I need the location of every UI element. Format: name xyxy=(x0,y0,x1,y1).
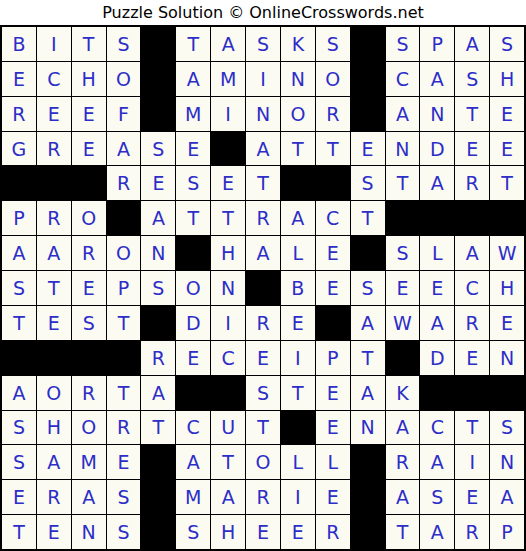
black-cell xyxy=(72,166,106,200)
letter-cell: A xyxy=(455,27,489,61)
letter-cell: R xyxy=(107,166,141,200)
letter-cell: O xyxy=(107,62,141,96)
letter-cell: N xyxy=(490,445,524,479)
black-cell xyxy=(351,97,385,131)
letter-cell: R xyxy=(72,376,106,410)
letter-cell: S xyxy=(176,166,210,200)
letter-cell: A xyxy=(386,480,420,514)
letter-cell: T xyxy=(211,201,245,235)
letter-cell: R xyxy=(72,236,106,270)
letter-cell: K xyxy=(281,27,315,61)
letter-cell: E xyxy=(316,411,350,445)
letter-cell: A xyxy=(420,306,454,340)
letter-cell: H xyxy=(490,62,524,96)
letter-cell: D xyxy=(420,341,454,375)
black-cell xyxy=(351,62,385,96)
letter-cell: T xyxy=(176,27,210,61)
black-cell xyxy=(141,480,175,514)
letter-cell: H xyxy=(37,411,71,445)
letter-cell: T xyxy=(107,306,141,340)
crossword-grid: BITSTASKSSPASECHOAMINOCASHREEFMINORANTEG… xyxy=(0,25,526,551)
letter-cell: S xyxy=(490,27,524,61)
letter-cell: C xyxy=(37,62,71,96)
letter-cell: I xyxy=(211,97,245,131)
letter-cell: P xyxy=(316,341,350,375)
letter-cell: A xyxy=(37,445,71,479)
letter-cell: E xyxy=(246,515,280,549)
letter-cell: E xyxy=(72,97,106,131)
letter-cell: E xyxy=(176,132,210,166)
letter-cell: A xyxy=(386,97,420,131)
black-cell xyxy=(386,201,420,235)
letter-cell: S xyxy=(2,411,36,445)
letter-cell: E xyxy=(72,271,106,305)
letter-cell: R xyxy=(37,480,71,514)
letter-cell: O xyxy=(176,271,210,305)
letter-cell: E xyxy=(281,515,315,549)
letter-cell: N xyxy=(211,271,245,305)
letter-cell: R xyxy=(246,480,280,514)
letter-cell: F xyxy=(107,97,141,131)
letter-cell: E xyxy=(37,515,71,549)
letter-cell: E xyxy=(176,341,210,375)
letter-cell: A xyxy=(107,132,141,166)
letter-cell: A xyxy=(420,166,454,200)
letter-cell: M xyxy=(211,62,245,96)
letter-cell: T xyxy=(351,341,385,375)
letter-cell: P xyxy=(490,515,524,549)
black-cell xyxy=(420,201,454,235)
letter-cell: E xyxy=(455,341,489,375)
letter-cell: B xyxy=(281,271,315,305)
letter-cell: G xyxy=(2,132,36,166)
letter-cell: E xyxy=(490,97,524,131)
black-cell xyxy=(107,201,141,235)
letter-cell: R xyxy=(316,97,350,131)
black-cell xyxy=(2,166,36,200)
black-cell xyxy=(490,201,524,235)
black-cell xyxy=(37,341,71,375)
letter-cell: E xyxy=(246,341,280,375)
letter-cell: N xyxy=(141,236,175,270)
letter-cell: E xyxy=(281,306,315,340)
letter-cell: E xyxy=(386,271,420,305)
letter-cell: S xyxy=(107,27,141,61)
letter-cell: W xyxy=(386,306,420,340)
letter-cell: T xyxy=(2,515,36,549)
letter-cell: R xyxy=(455,306,489,340)
letter-cell: A xyxy=(141,201,175,235)
letter-cell: N xyxy=(386,132,420,166)
letter-cell: S xyxy=(420,480,454,514)
letter-cell: R xyxy=(316,515,350,549)
letter-cell: R xyxy=(246,306,280,340)
letter-cell: A xyxy=(176,445,210,479)
black-cell xyxy=(141,62,175,96)
letter-cell: A xyxy=(141,376,175,410)
letter-cell: O xyxy=(37,376,71,410)
letter-cell: S xyxy=(141,271,175,305)
letter-cell: A xyxy=(490,480,524,514)
letter-cell: U xyxy=(211,411,245,445)
letter-cell: T xyxy=(490,166,524,200)
letter-cell: S xyxy=(107,480,141,514)
letter-cell: T xyxy=(316,132,350,166)
letter-cell: C xyxy=(211,341,245,375)
letter-cell: L xyxy=(420,236,454,270)
letter-cell: H xyxy=(72,62,106,96)
letter-cell: A xyxy=(351,376,385,410)
letter-cell: S xyxy=(386,236,420,270)
letter-cell: E xyxy=(351,132,385,166)
letter-cell: S xyxy=(2,271,36,305)
letter-cell: I xyxy=(281,480,315,514)
letter-cell: E xyxy=(2,62,36,96)
letter-cell: I xyxy=(211,306,245,340)
letter-cell: R xyxy=(141,341,175,375)
black-cell xyxy=(107,341,141,375)
letter-cell: E xyxy=(420,271,454,305)
black-cell xyxy=(351,480,385,514)
letter-cell: A xyxy=(2,236,36,270)
letter-cell: E xyxy=(316,376,350,410)
letter-cell: S xyxy=(455,62,489,96)
black-cell xyxy=(490,376,524,410)
letter-cell: C xyxy=(455,271,489,305)
letter-cell: T xyxy=(211,445,245,479)
black-cell xyxy=(316,306,350,340)
letter-cell: S xyxy=(141,132,175,166)
letter-cell: H xyxy=(211,515,245,549)
letter-cell: I xyxy=(246,62,280,96)
letter-cell: T xyxy=(37,271,71,305)
black-cell xyxy=(141,27,175,61)
letter-cell: W xyxy=(490,236,524,270)
letter-cell: E xyxy=(490,132,524,166)
letter-cell: P xyxy=(107,271,141,305)
letter-cell: E xyxy=(316,480,350,514)
letter-cell: A xyxy=(211,27,245,61)
letter-cell: I xyxy=(455,445,489,479)
letter-cell: L xyxy=(281,236,315,270)
letter-cell: A xyxy=(246,132,280,166)
letter-cell: O xyxy=(72,411,106,445)
black-cell xyxy=(141,97,175,131)
letter-cell: E xyxy=(316,271,350,305)
puzzle-solution-page: Puzzle Solution © OnlineCrosswords.net B… xyxy=(0,0,526,551)
black-cell xyxy=(141,515,175,549)
letter-cell: T xyxy=(351,201,385,235)
letter-cell: C xyxy=(420,411,454,445)
black-cell xyxy=(176,376,210,410)
letter-cell: H xyxy=(490,271,524,305)
letter-cell: E xyxy=(455,132,489,166)
letter-cell: R xyxy=(246,201,280,235)
letter-cell: P xyxy=(420,27,454,61)
letter-cell: S xyxy=(2,445,36,479)
letter-cell: O xyxy=(72,201,106,235)
letter-cell: N xyxy=(72,515,106,549)
letter-cell: A xyxy=(420,62,454,96)
letter-cell: E xyxy=(37,306,71,340)
letter-cell: T xyxy=(455,97,489,131)
letter-cell: R xyxy=(2,97,36,131)
letter-cell: D xyxy=(176,306,210,340)
letter-cell: I xyxy=(281,341,315,375)
black-cell xyxy=(211,376,245,410)
letter-cell: E xyxy=(490,306,524,340)
letter-cell: A xyxy=(281,201,315,235)
letter-cell: S xyxy=(316,27,350,61)
letter-cell: M xyxy=(176,480,210,514)
letter-cell: L xyxy=(316,445,350,479)
letter-cell: S xyxy=(107,515,141,549)
black-cell xyxy=(211,132,245,166)
black-cell xyxy=(141,306,175,340)
letter-cell: N xyxy=(281,62,315,96)
black-cell xyxy=(141,445,175,479)
letter-cell: T xyxy=(72,27,106,61)
letter-cell: R xyxy=(386,445,420,479)
letter-cell: T xyxy=(107,376,141,410)
letter-cell: E xyxy=(107,445,141,479)
letter-cell: S xyxy=(176,515,210,549)
black-cell xyxy=(72,341,106,375)
letter-cell: S xyxy=(246,376,280,410)
letter-cell: R xyxy=(37,132,71,166)
letter-cell: T xyxy=(246,166,280,200)
letter-cell: T xyxy=(2,306,36,340)
letter-cell: S xyxy=(351,166,385,200)
letter-cell: A xyxy=(176,62,210,96)
letter-cell: A xyxy=(37,236,71,270)
black-cell xyxy=(281,411,315,445)
page-title: Puzzle Solution © OnlineCrosswords.net xyxy=(0,0,526,25)
letter-cell: A xyxy=(386,411,420,445)
letter-cell: S xyxy=(72,306,106,340)
letter-cell: R xyxy=(37,201,71,235)
letter-cell: E xyxy=(2,480,36,514)
letter-cell: N xyxy=(351,411,385,445)
letter-cell: C xyxy=(176,411,210,445)
black-cell xyxy=(316,166,350,200)
black-cell xyxy=(176,236,210,270)
letter-cell: I xyxy=(37,27,71,61)
letter-cell: P xyxy=(2,201,36,235)
black-cell xyxy=(455,201,489,235)
letter-cell: A xyxy=(420,445,454,479)
letter-cell: A xyxy=(2,376,36,410)
letter-cell: A xyxy=(72,480,106,514)
letter-cell: R xyxy=(107,411,141,445)
letter-cell: T xyxy=(281,376,315,410)
black-cell xyxy=(281,166,315,200)
black-cell xyxy=(351,515,385,549)
black-cell xyxy=(246,271,280,305)
letter-cell: N xyxy=(420,97,454,131)
letter-cell: E xyxy=(316,236,350,270)
black-cell xyxy=(351,236,385,270)
letter-cell: E xyxy=(211,166,245,200)
letter-cell: C xyxy=(386,62,420,96)
letter-cell: O xyxy=(107,236,141,270)
letter-cell: S xyxy=(246,27,280,61)
letter-cell: N xyxy=(246,97,280,131)
letter-cell: D xyxy=(420,132,454,166)
letter-cell: A xyxy=(455,236,489,270)
letter-cell: S xyxy=(490,411,524,445)
letter-cell: K xyxy=(386,376,420,410)
black-cell xyxy=(2,341,36,375)
letter-cell: T xyxy=(386,515,420,549)
letter-cell: A xyxy=(246,236,280,270)
black-cell xyxy=(386,341,420,375)
black-cell xyxy=(420,376,454,410)
letter-cell: O xyxy=(246,445,280,479)
letter-cell: L xyxy=(281,445,315,479)
letter-cell: T xyxy=(246,411,280,445)
black-cell xyxy=(37,166,71,200)
letter-cell: O xyxy=(281,97,315,131)
black-cell xyxy=(455,376,489,410)
letter-cell: T xyxy=(455,411,489,445)
letter-cell: E xyxy=(72,132,106,166)
letter-cell: T xyxy=(386,166,420,200)
letter-cell: S xyxy=(351,271,385,305)
letter-cell: T xyxy=(141,411,175,445)
letter-cell: O xyxy=(316,62,350,96)
letter-cell: B xyxy=(2,27,36,61)
letter-cell: S xyxy=(386,27,420,61)
letter-cell: T xyxy=(281,132,315,166)
letter-cell: N xyxy=(490,341,524,375)
letter-cell: M xyxy=(176,97,210,131)
letter-cell: E xyxy=(37,97,71,131)
letter-cell: H xyxy=(211,236,245,270)
black-cell xyxy=(351,27,385,61)
letter-cell: M xyxy=(72,445,106,479)
letter-cell: R xyxy=(455,515,489,549)
letter-cell: A xyxy=(211,480,245,514)
black-cell xyxy=(351,445,385,479)
letter-cell: A xyxy=(420,515,454,549)
letter-cell: R xyxy=(455,166,489,200)
letter-cell: C xyxy=(316,201,350,235)
letter-cell: E xyxy=(455,480,489,514)
letter-cell: A xyxy=(351,306,385,340)
letter-cell: T xyxy=(176,201,210,235)
letter-cell: E xyxy=(141,166,175,200)
